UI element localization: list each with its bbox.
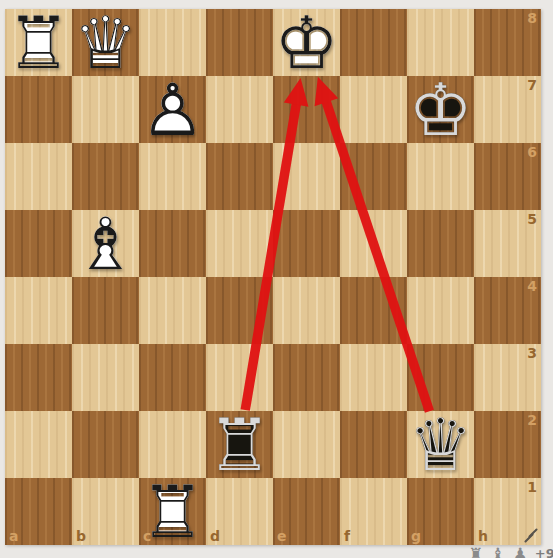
square-g2[interactable] [407,411,474,478]
square-f2[interactable] [340,411,407,478]
square-grid: 8765432abcdefgh1 [5,9,541,545]
square-f3[interactable] [340,344,407,411]
square-c6[interactable] [139,143,206,210]
file-label-d: d [210,529,220,543]
square-a2[interactable] [5,411,72,478]
square-f6[interactable] [340,143,407,210]
square-a7[interactable] [5,76,72,143]
square-a8[interactable] [5,9,72,76]
square-b8[interactable] [72,9,139,76]
file-label-h: h [478,529,488,543]
square-g6[interactable] [407,143,474,210]
square-a5[interactable] [5,210,72,277]
square-h8[interactable]: 8 [474,9,541,76]
square-c2[interactable] [139,411,206,478]
square-d5[interactable] [206,210,273,277]
square-d2[interactable] [206,411,273,478]
square-c7[interactable] [139,76,206,143]
rank-label-6: 6 [527,145,537,159]
square-c5[interactable] [139,210,206,277]
file-label-g: g [411,529,421,543]
captured-bishop-icon: ♝ [490,545,505,558]
square-a6[interactable] [5,143,72,210]
chess-board[interactable]: 8765432abcdefgh1 ♜♖♛♕♚♔♟♙♚♔♝♗♜♖♛♕♜♖ [5,9,541,545]
square-h2[interactable]: 2 [474,411,541,478]
square-g3[interactable] [407,344,474,411]
material-advantage: +9 [535,545,553,558]
square-d7[interactable] [206,76,273,143]
file-label-b: b [76,529,86,543]
square-d1[interactable]: d [206,478,273,545]
square-b4[interactable] [72,277,139,344]
analysis-board-region: 8765432abcdefgh1 ♜♖♛♕♚♔♟♙♚♔♝♗♜♖♛♕♜♖ ♜♝♟+… [0,0,553,558]
rank-label-1: 1 [527,480,537,494]
square-e1[interactable]: e [273,478,340,545]
square-d4[interactable] [206,277,273,344]
square-f7[interactable] [340,76,407,143]
resize-handle[interactable] [524,528,539,543]
square-h7[interactable]: 7 [474,76,541,143]
square-b5[interactable] [72,210,139,277]
square-f8[interactable] [340,9,407,76]
square-d3[interactable] [206,344,273,411]
square-g7[interactable] [407,76,474,143]
square-b3[interactable] [72,344,139,411]
file-label-f: f [344,529,350,543]
rank-label-8: 8 [527,11,537,25]
square-h4[interactable]: 4 [474,277,541,344]
file-label-c: c [143,529,151,543]
square-g8[interactable] [407,9,474,76]
square-h5[interactable]: 5 [474,210,541,277]
square-e2[interactable] [273,411,340,478]
file-label-a: a [9,529,18,543]
square-a1[interactable]: a [5,478,72,545]
square-b7[interactable] [72,76,139,143]
square-f1[interactable]: f [340,478,407,545]
square-c4[interactable] [139,277,206,344]
rank-label-5: 5 [527,212,537,226]
square-g5[interactable] [407,210,474,277]
square-e7[interactable] [273,76,340,143]
square-e6[interactable] [273,143,340,210]
square-g1[interactable]: g [407,478,474,545]
square-a3[interactable] [5,344,72,411]
square-b1[interactable]: b [72,478,139,545]
square-d8[interactable] [206,9,273,76]
square-g4[interactable] [407,277,474,344]
square-b6[interactable] [72,143,139,210]
square-c3[interactable] [139,344,206,411]
square-e5[interactable] [273,210,340,277]
square-e3[interactable] [273,344,340,411]
square-f5[interactable] [340,210,407,277]
file-label-e: e [277,529,287,543]
square-h6[interactable]: 6 [474,143,541,210]
rank-label-2: 2 [527,413,537,427]
rank-label-4: 4 [527,279,537,293]
square-d6[interactable] [206,143,273,210]
square-f4[interactable] [340,277,407,344]
square-e8[interactable] [273,9,340,76]
rank-label-3: 3 [527,346,537,360]
square-a4[interactable] [5,277,72,344]
captured-pieces-tray: ♜♝♟+9 [468,545,553,558]
rank-label-7: 7 [527,78,537,92]
square-b2[interactable] [72,411,139,478]
square-e4[interactable] [273,277,340,344]
square-c1[interactable]: c [139,478,206,545]
square-h3[interactable]: 3 [474,344,541,411]
captured-rook-icon: ♜ [468,545,483,558]
square-c8[interactable] [139,9,206,76]
captured-pawn-icon: ♟ [513,545,528,558]
